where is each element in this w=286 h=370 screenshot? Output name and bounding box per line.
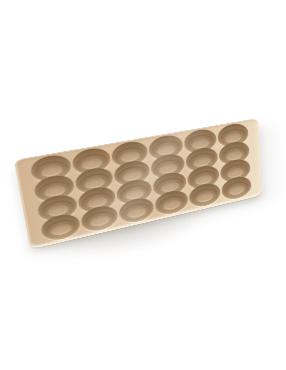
- product-photo-canvas: [0, 0, 286, 370]
